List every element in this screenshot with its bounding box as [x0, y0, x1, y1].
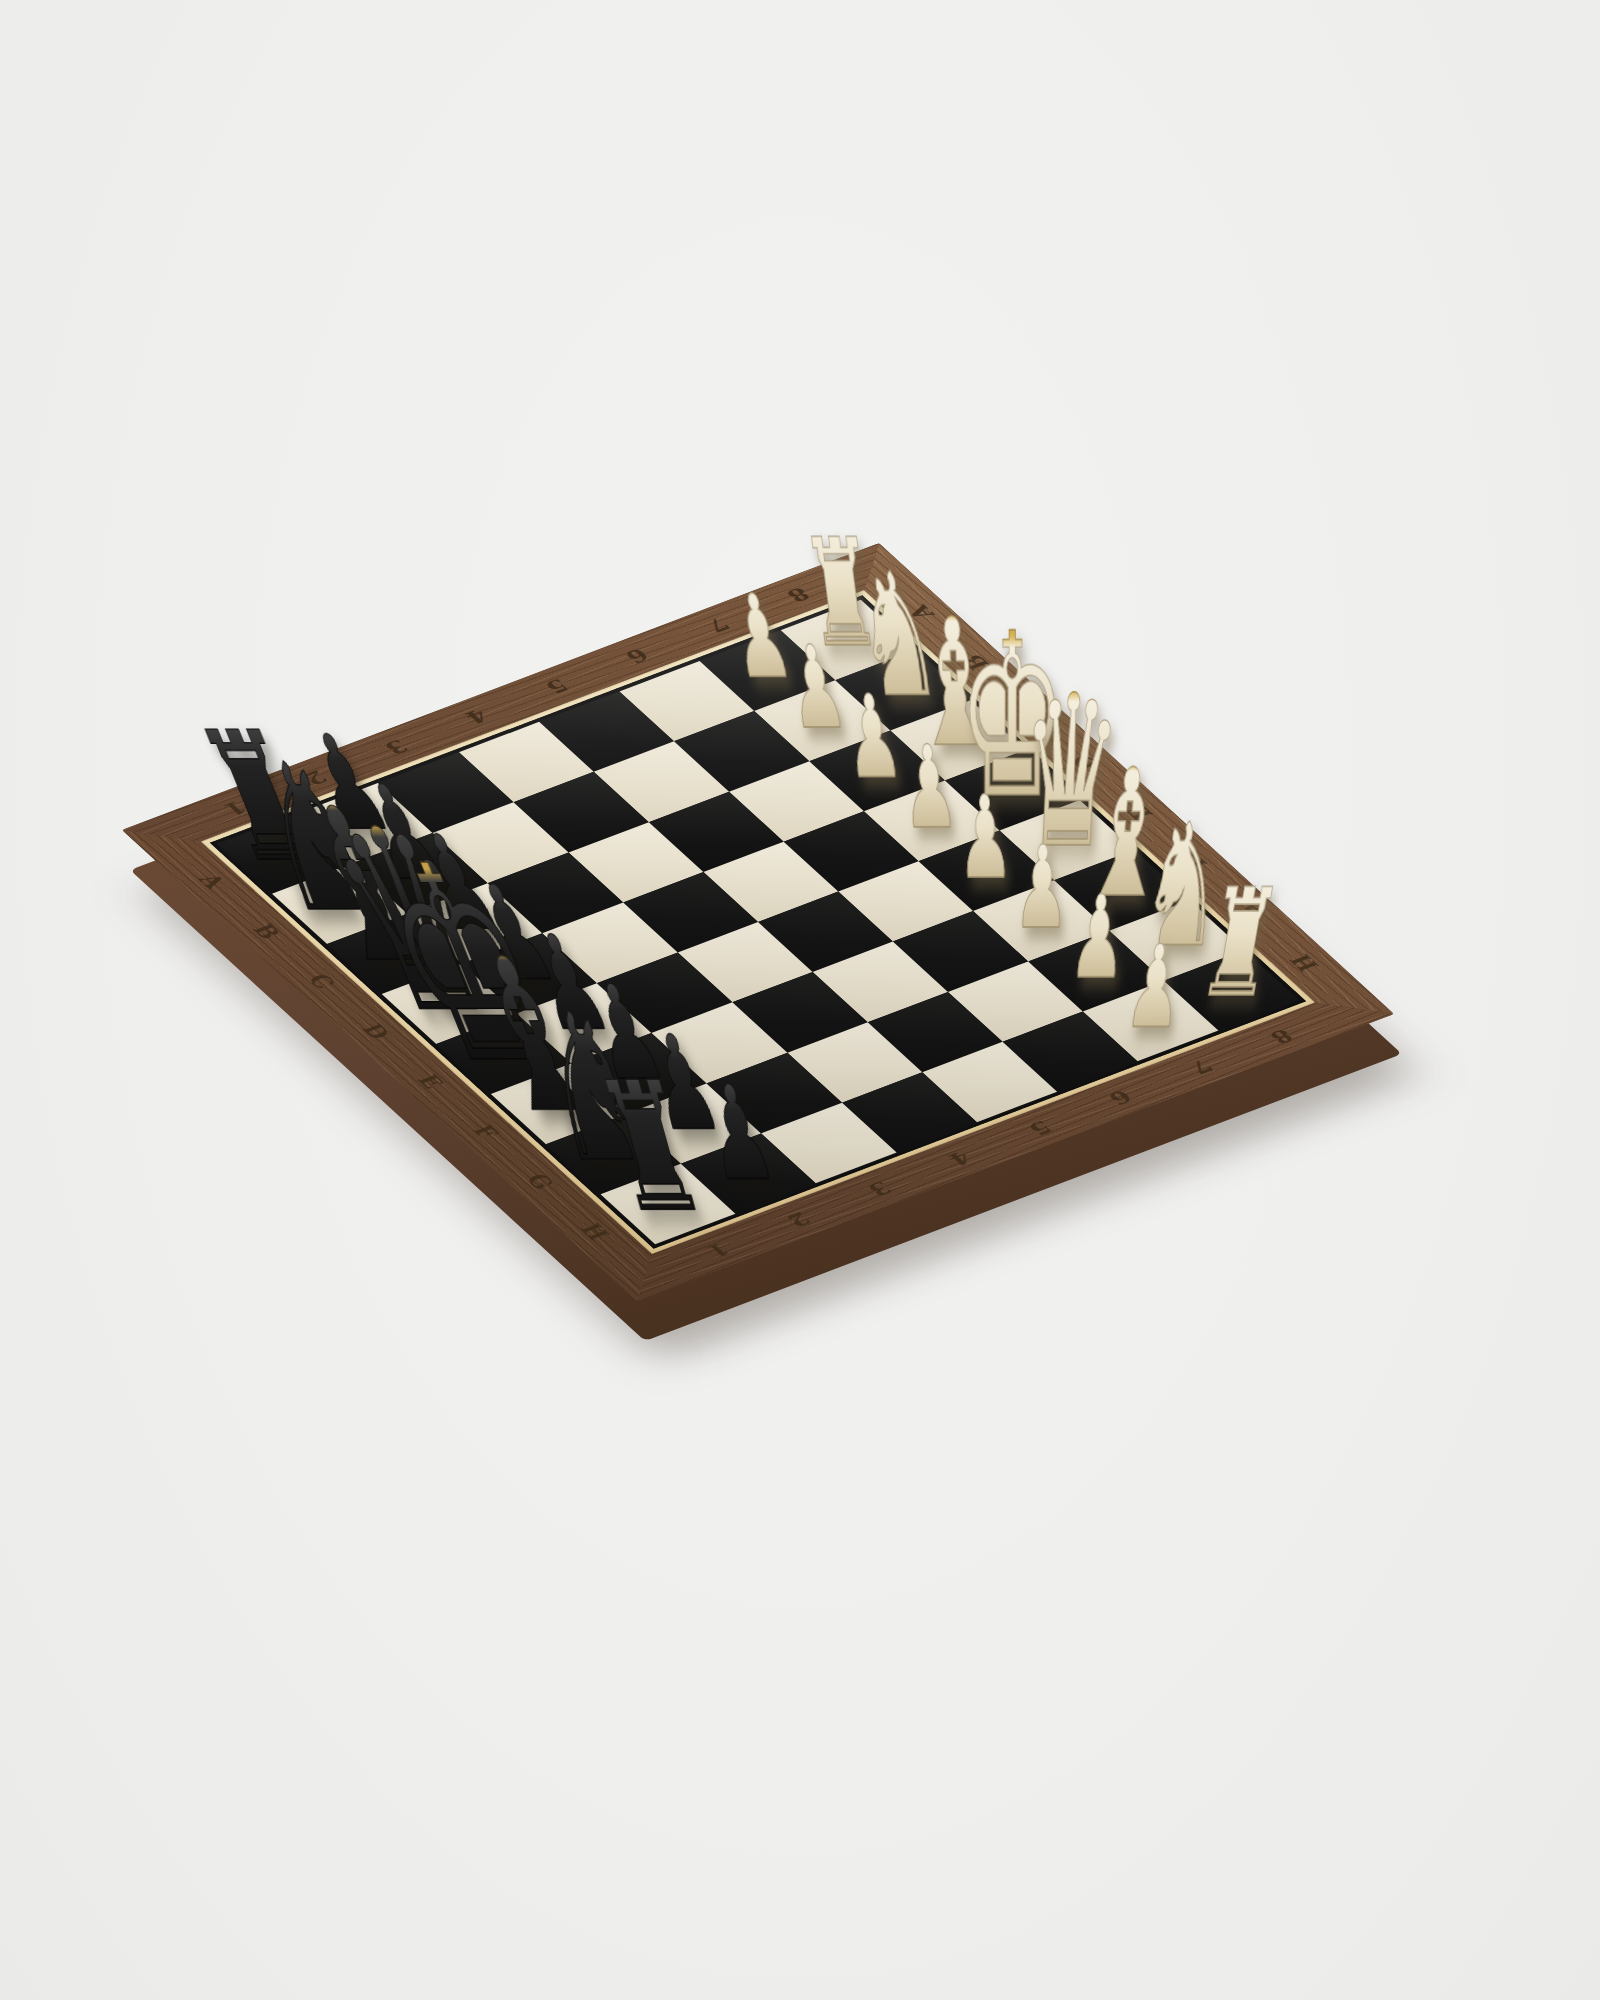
black-pawn-h2[interactable]: ♟	[694, 1069, 784, 1199]
white-pawn-d7[interactable]: ♟	[898, 730, 960, 844]
pieces-layer: ♜♞♝♚♛♝♞♜♟♟♟♟♟♟♟♟♟♟♟♟♟♟♟♟♜♞♝♛♚♝♞♜	[0, 0, 1600, 2000]
product-photo-scene: 11AA22BB33CC44DD55EE66FF77GG88HH ♜♞♝♚♛♝♞…	[0, 0, 1600, 2000]
white-pawn-h7[interactable]: ♟	[1121, 930, 1189, 1044]
white-pawn-g7[interactable]: ♟	[1067, 880, 1130, 994]
white-pawn-f7[interactable]: ♟	[1013, 830, 1071, 944]
white-pawn-e7[interactable]: ♟	[957, 780, 1014, 894]
